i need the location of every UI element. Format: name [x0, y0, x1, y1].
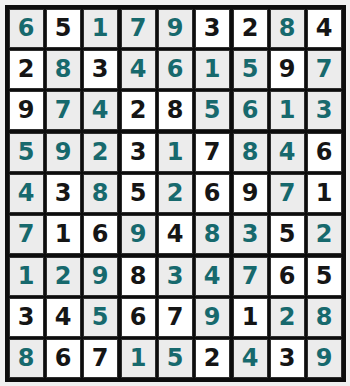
- cell-r6c1-given[interactable]: 7: [9, 215, 44, 254]
- cell-r8c6-given[interactable]: 9: [195, 298, 230, 337]
- cell-r4c2-given[interactable]: 9: [46, 133, 81, 172]
- cell-r6c3-entered[interactable]: 6: [83, 215, 118, 254]
- cell-r5c8-given[interactable]: 7: [270, 174, 305, 213]
- cell-r1c7-entered[interactable]: 2: [233, 9, 268, 48]
- cell-r7c6-given[interactable]: 4: [195, 257, 230, 296]
- cell-r6c4-given[interactable]: 9: [121, 215, 156, 254]
- cell-r5c6-entered[interactable]: 6: [195, 174, 230, 213]
- cell-r3c7-given[interactable]: 6: [233, 91, 268, 130]
- box-2: 793461285: [121, 9, 230, 130]
- cell-r9c5-given[interactable]: 5: [158, 339, 193, 378]
- cell-r4c6-entered[interactable]: 7: [195, 133, 230, 172]
- cell-r7c4-entered[interactable]: 8: [121, 257, 156, 296]
- cell-r2c1-entered[interactable]: 2: [9, 50, 44, 89]
- cell-r3c6-given[interactable]: 5: [195, 91, 230, 130]
- cell-r1c4-given[interactable]: 7: [121, 9, 156, 48]
- cell-r8c3-given[interactable]: 5: [83, 298, 118, 337]
- cell-r2c4-given[interactable]: 4: [121, 50, 156, 89]
- cell-r4c4-entered[interactable]: 3: [121, 133, 156, 172]
- cell-r9c6-entered[interactable]: 2: [195, 339, 230, 378]
- cell-r1c3-given[interactable]: 1: [83, 9, 118, 48]
- box-8: 834679152: [121, 257, 230, 378]
- box-9: 765128439: [233, 257, 342, 378]
- cell-r1c2-entered[interactable]: 5: [46, 9, 81, 48]
- box-6: 846971352: [233, 133, 342, 254]
- cell-r2c7-given[interactable]: 5: [233, 50, 268, 89]
- box-5: 317526948: [121, 133, 230, 254]
- cell-r4c5-given[interactable]: 1: [158, 133, 193, 172]
- box-3: 284597613: [233, 9, 342, 130]
- cell-r7c8-entered[interactable]: 6: [270, 257, 305, 296]
- cell-r8c9-given[interactable]: 8: [307, 298, 342, 337]
- cell-r7c7-given[interactable]: 7: [233, 257, 268, 296]
- cell-r4c7-given[interactable]: 8: [233, 133, 268, 172]
- cell-r9c2-entered[interactable]: 6: [46, 339, 81, 378]
- cell-r4c1-given[interactable]: 5: [9, 133, 44, 172]
- cell-r5c9-entered[interactable]: 1: [307, 174, 342, 213]
- cell-r7c9-entered[interactable]: 5: [307, 257, 342, 296]
- cell-r2c8-entered[interactable]: 9: [270, 50, 305, 89]
- cell-r2c2-given[interactable]: 8: [46, 50, 81, 89]
- cell-r6c5-entered[interactable]: 4: [158, 215, 193, 254]
- cell-r2c9-given[interactable]: 7: [307, 50, 342, 89]
- cell-r9c7-given[interactable]: 4: [233, 339, 268, 378]
- cell-r4c9-entered[interactable]: 6: [307, 133, 342, 172]
- cell-r1c1-given[interactable]: 6: [9, 9, 44, 48]
- cell-r7c2-given[interactable]: 2: [46, 257, 81, 296]
- cell-r9c4-given[interactable]: 1: [121, 339, 156, 378]
- cell-r6c7-given[interactable]: 3: [233, 215, 268, 254]
- cell-r5c2-entered[interactable]: 3: [46, 174, 81, 213]
- cell-r3c9-given[interactable]: 3: [307, 91, 342, 130]
- cell-r6c6-given[interactable]: 8: [195, 215, 230, 254]
- cell-r7c1-given[interactable]: 1: [9, 257, 44, 296]
- cell-r9c9-given[interactable]: 9: [307, 339, 342, 378]
- box-1: 651283974: [9, 9, 118, 130]
- cell-r6c9-given[interactable]: 2: [307, 215, 342, 254]
- cell-r8c4-entered[interactable]: 6: [121, 298, 156, 337]
- cell-r5c7-entered[interactable]: 9: [233, 174, 268, 213]
- cell-r9c8-entered[interactable]: 3: [270, 339, 305, 378]
- cell-r8c5-entered[interactable]: 7: [158, 298, 193, 337]
- box-4: 592438716: [9, 133, 118, 254]
- cell-r1c9-entered[interactable]: 4: [307, 9, 342, 48]
- cell-r7c3-given[interactable]: 9: [83, 257, 118, 296]
- box-7: 129345867: [9, 257, 118, 378]
- cell-r3c3-given[interactable]: 4: [83, 91, 118, 130]
- cell-r8c8-given[interactable]: 2: [270, 298, 305, 337]
- cell-r3c1-entered[interactable]: 9: [9, 91, 44, 130]
- cell-r2c3-entered[interactable]: 3: [83, 50, 118, 89]
- cell-r9c1-given[interactable]: 8: [9, 339, 44, 378]
- cell-r6c8-entered[interactable]: 5: [270, 215, 305, 254]
- cell-r7c5-given[interactable]: 3: [158, 257, 193, 296]
- sudoku-board: 6512839747934612852845976135924387163175…: [5, 5, 346, 382]
- cell-r1c5-given[interactable]: 9: [158, 9, 193, 48]
- cell-r8c7-entered[interactable]: 1: [233, 298, 268, 337]
- cell-r8c1-entered[interactable]: 3: [9, 298, 44, 337]
- cell-r8c2-entered[interactable]: 4: [46, 298, 81, 337]
- cell-r2c6-given[interactable]: 1: [195, 50, 230, 89]
- cell-r6c2-entered[interactable]: 1: [46, 215, 81, 254]
- cell-r3c8-given[interactable]: 1: [270, 91, 305, 130]
- cell-r5c3-given[interactable]: 8: [83, 174, 118, 213]
- cell-r3c4-entered[interactable]: 2: [121, 91, 156, 130]
- cell-r3c5-entered[interactable]: 8: [158, 91, 193, 130]
- cell-r5c5-given[interactable]: 2: [158, 174, 193, 213]
- cell-r5c1-given[interactable]: 4: [9, 174, 44, 213]
- cell-r2c5-given[interactable]: 6: [158, 50, 193, 89]
- cell-r1c8-given[interactable]: 8: [270, 9, 305, 48]
- cell-r4c8-given[interactable]: 4: [270, 133, 305, 172]
- cell-r3c2-given[interactable]: 7: [46, 91, 81, 130]
- cell-r5c4-entered[interactable]: 5: [121, 174, 156, 213]
- cell-r9c3-entered[interactable]: 7: [83, 339, 118, 378]
- cell-r1c6-entered[interactable]: 3: [195, 9, 230, 48]
- cell-r4c3-given[interactable]: 2: [83, 133, 118, 172]
